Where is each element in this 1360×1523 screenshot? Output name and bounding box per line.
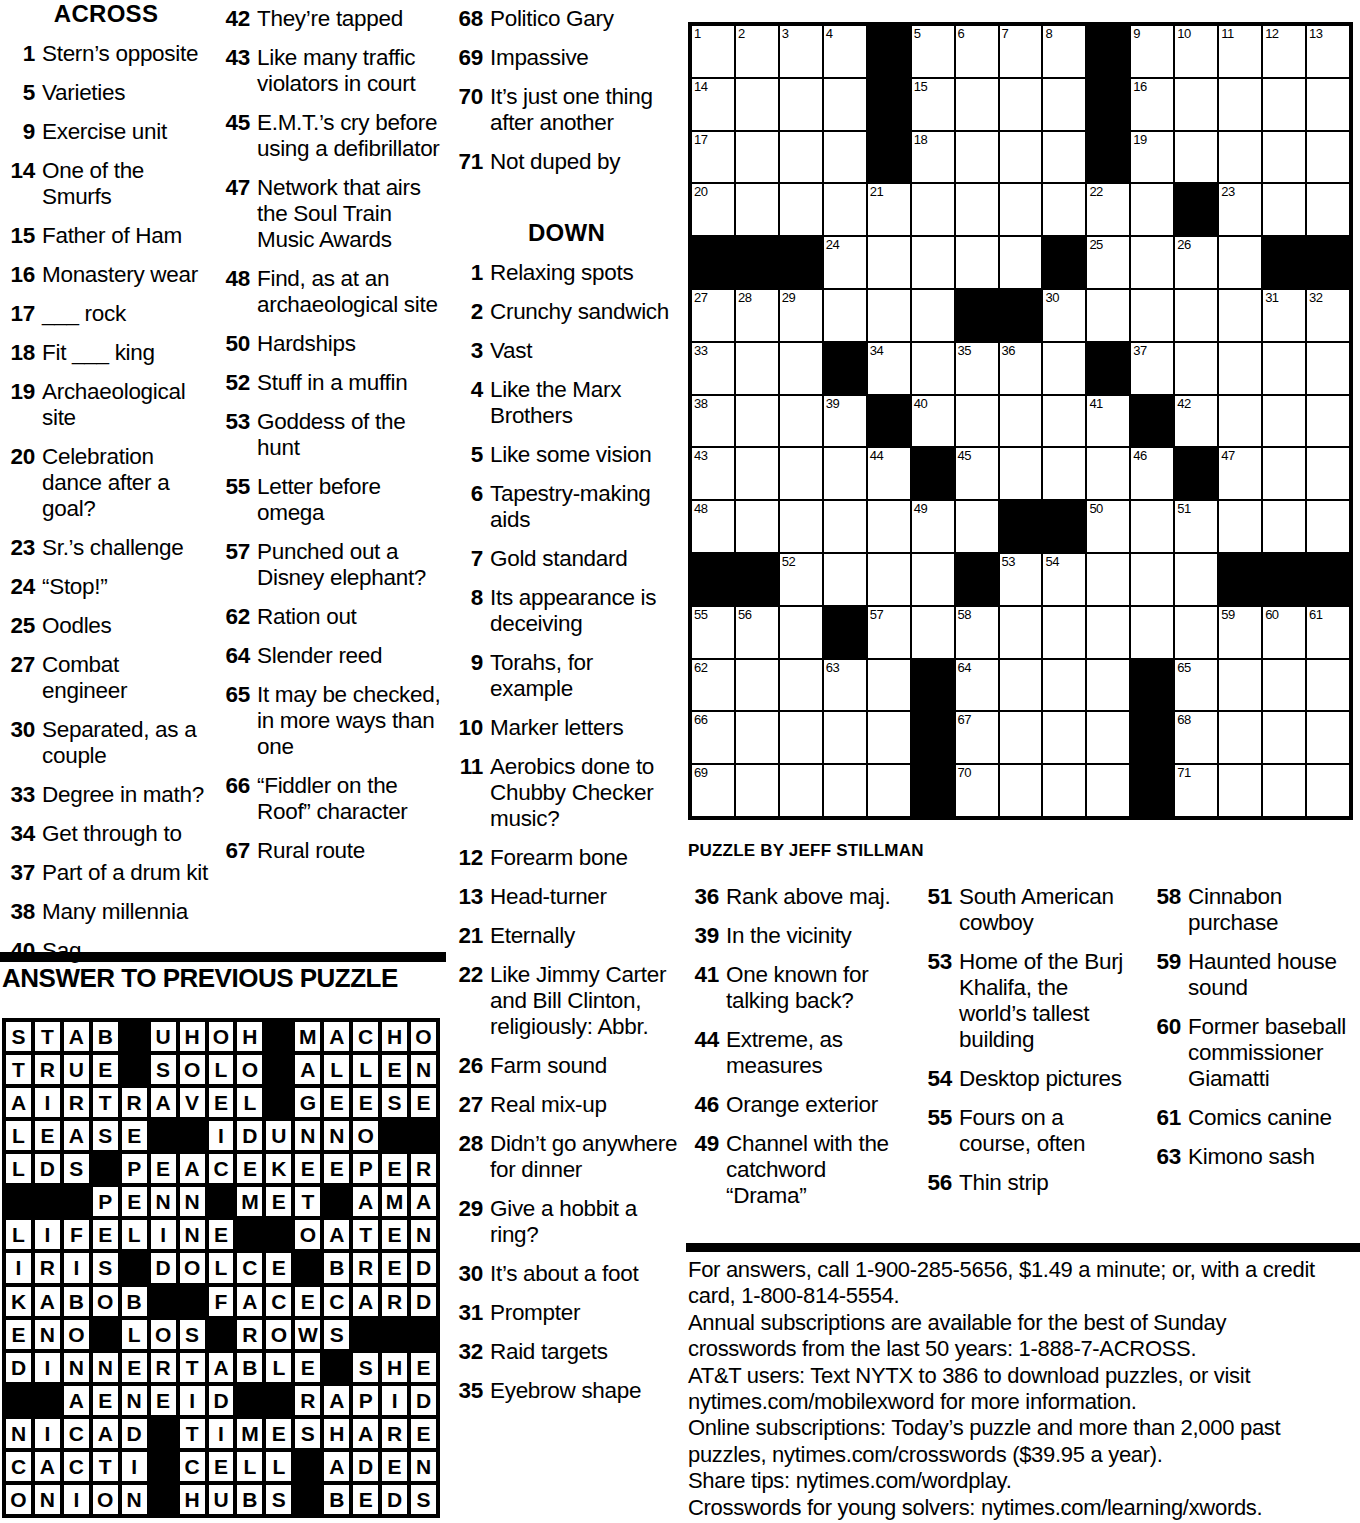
grid-cell-r7c7[interactable]: 35: [955, 342, 999, 395]
grid-cell-r1c2[interactable]: 2: [735, 25, 779, 78]
answer-cell-r1c1: S: [4, 1020, 33, 1053]
grid-cell-r6c11[interactable]: [1130, 289, 1174, 342]
grid-cell-r15c7[interactable]: 70: [955, 764, 999, 817]
grid-cell-r6c9[interactable]: 30: [1042, 289, 1086, 342]
grid-cell-r10c5[interactable]: [867, 500, 911, 553]
grid-cell-r9c5[interactable]: 44: [867, 447, 911, 500]
clue-number: 42: [1177, 396, 1190, 411]
answer-cell-r4c3: A: [62, 1119, 91, 1152]
clue-text: E.M.T.’s cry before using a defibrillato…: [257, 110, 445, 162]
grid-cell-r1c11[interactable]: 9: [1130, 25, 1174, 78]
grid-cell-r3c1[interactable]: 17: [691, 131, 735, 184]
grid-cell-r8c15[interactable]: [1306, 395, 1350, 448]
clue-across-48: 48Find, as at an archaeological site: [219, 266, 445, 318]
grid-cell-r5c8[interactable]: [999, 236, 1043, 289]
grid-cell-r10c13[interactable]: [1218, 500, 1262, 553]
grid-cell-r2c15[interactable]: [1306, 78, 1350, 131]
grid-cell-r8c6[interactable]: 40: [911, 395, 955, 448]
grid-cell-r9c4[interactable]: [823, 447, 867, 500]
grid-cell-r1c9[interactable]: 8: [1042, 25, 1086, 78]
grid-cell-r14c10[interactable]: [1086, 711, 1130, 764]
grid-cell-r14c3[interactable]: [779, 711, 823, 764]
grid-cell-r11c3[interactable]: 52: [779, 553, 823, 606]
grid-cell-r3c11[interactable]: 19: [1130, 131, 1174, 184]
clue-down-55: 55Fours on a course, often: [921, 1105, 1140, 1157]
grid-cell-r1c4[interactable]: 4: [823, 25, 867, 78]
black-square: [91, 1152, 120, 1185]
clue-down-31: 31Prompter: [452, 1300, 681, 1326]
grid-cell-r3c2[interactable]: [735, 131, 779, 184]
answer-section-heading: ANSWER TO PREVIOUS PUZZLE: [2, 964, 398, 992]
clue-down-63: 63Kimono sash: [1150, 1144, 1360, 1170]
grid-cell-r13c4[interactable]: 63: [823, 659, 867, 712]
grid-cell-r5c6[interactable]: [911, 236, 955, 289]
grid-cell-r13c9[interactable]: [1042, 659, 1086, 712]
grid-cell-r15c4[interactable]: [823, 764, 867, 817]
answer-cell-r10c1: E: [4, 1318, 33, 1351]
grid-cell-r10c11[interactable]: [1130, 500, 1174, 553]
across-down-clues-column-3: 68Politico Gary69Impassive70It’s just on…: [452, 6, 681, 1417]
answer-cell-r2c8: L: [207, 1053, 236, 1086]
clue-text: Raid targets: [490, 1339, 681, 1365]
grid-cell-r15c9[interactable]: [1042, 764, 1086, 817]
grid-cell-r12c5[interactable]: 57: [867, 606, 911, 659]
clue-number: 10: [1177, 26, 1190, 41]
grid-cell-r12c12[interactable]: [1174, 606, 1218, 659]
answer-cell-r5c11: E: [293, 1152, 322, 1185]
grid-cell-r10c10[interactable]: 50: [1086, 500, 1130, 553]
grid-cell-r3c3[interactable]: [779, 131, 823, 184]
answer-cell-r15c9: B: [235, 1483, 264, 1516]
answer-cell-r15c1: O: [4, 1483, 33, 1516]
grid-cell-r2c2[interactable]: [735, 78, 779, 131]
answer-cell-r6c11: T: [293, 1185, 322, 1218]
answer-cell-r14c15: N: [409, 1450, 438, 1483]
grid-cell-r10c6[interactable]: 49: [911, 500, 955, 553]
grid-cell-r14c5[interactable]: [867, 711, 911, 764]
grid-cell-r13c7[interactable]: 64: [955, 659, 999, 712]
clue-text: “Stop!”: [42, 574, 208, 600]
clue-number: 7: [1002, 26, 1009, 41]
clue-num-label: 44: [688, 1027, 726, 1079]
grid-cell-r3c15[interactable]: [1306, 131, 1350, 184]
clue-text: Haunted house sound: [1188, 949, 1360, 1001]
answer-cell-r10c2: N: [33, 1318, 62, 1351]
grid-cell-r3c13[interactable]: [1218, 131, 1262, 184]
grid-cell-r14c9[interactable]: [1042, 711, 1086, 764]
answer-cell-r12c6: E: [149, 1384, 178, 1417]
grid-cell-r12c9[interactable]: [1042, 606, 1086, 659]
grid-cell-r6c1[interactable]: 27: [691, 289, 735, 342]
clue-down-29: 29Give a hobbit a ring?: [452, 1196, 681, 1248]
clue-down-1: 1Relaxing spots: [452, 260, 681, 286]
grid-cell-r13c2[interactable]: [735, 659, 779, 712]
clue-number: 67: [958, 712, 971, 727]
grid-cell-r5c7[interactable]: [955, 236, 999, 289]
grid-cell-r14c1[interactable]: 66: [691, 711, 735, 764]
black-square: [120, 1053, 149, 1086]
grid-cell-r8c13[interactable]: [1218, 395, 1262, 448]
clue-num-label: 22: [452, 962, 490, 1040]
grid-cell-r7c5[interactable]: 34: [867, 342, 911, 395]
clue-across-65: 65It may be checked, in more ways than o…: [219, 682, 445, 760]
clue-num-label: 55: [219, 474, 257, 526]
answer-cell-r2c13: L: [351, 1053, 380, 1086]
answer-cell-r5c15: R: [409, 1152, 438, 1185]
grid-cell-r7c13[interactable]: [1218, 342, 1262, 395]
clue-number: 6: [958, 26, 965, 41]
grid-cell-r11c4[interactable]: [823, 553, 867, 606]
grid-cell-r6c13[interactable]: [1218, 289, 1262, 342]
clue-down-10: 10Marker letters: [452, 715, 681, 741]
clue-down-13: 13Head-turner: [452, 884, 681, 910]
grid-cell-r13c10[interactable]: [1086, 659, 1130, 712]
grid-cell-r1c14[interactable]: 12: [1262, 25, 1306, 78]
grid-cell-r10c4[interactable]: [823, 500, 867, 553]
clue-number: 30: [1045, 290, 1058, 305]
grid-cell-r15c15[interactable]: [1306, 764, 1350, 817]
grid-cell-r6c12[interactable]: [1174, 289, 1218, 342]
grid-cell-r8c4[interactable]: 39: [823, 395, 867, 448]
grid-cell-r13c14[interactable]: [1262, 659, 1306, 712]
grid-cell-r3c4[interactable]: [823, 131, 867, 184]
grid-cell-r7c1[interactable]: 33: [691, 342, 735, 395]
clue-down-5: 5Like some vision: [452, 442, 681, 468]
grid-cell-r12c7[interactable]: 58: [955, 606, 999, 659]
grid-cell-r8c8[interactable]: [999, 395, 1043, 448]
black-square: [293, 1483, 322, 1516]
grid-cell-r14c2[interactable]: [735, 711, 779, 764]
answer-cell-r10c12: S: [322, 1318, 351, 1351]
answer-cell-r3c6: A: [149, 1086, 178, 1119]
grid-cell-r1c13[interactable]: 11: [1218, 25, 1262, 78]
grid-cell-r1c7[interactable]: 6: [955, 25, 999, 78]
clue-across-20: 20Celebration dance after a goal?: [4, 444, 208, 522]
grid-cell-r3c9[interactable]: [1042, 131, 1086, 184]
grid-cell-r12c13[interactable]: 59: [1218, 606, 1262, 659]
grid-cell-r6c6[interactable]: [911, 289, 955, 342]
clue-num-label: 27: [452, 1092, 490, 1118]
grid-cell-r6c2[interactable]: 28: [735, 289, 779, 342]
clue-number: 52: [782, 554, 795, 569]
clue-num-label: 57: [219, 539, 257, 591]
clue-number: 65: [1177, 660, 1190, 675]
grid-cell-r4c15[interactable]: [1306, 183, 1350, 236]
grid-cell-r6c15[interactable]: 32: [1306, 289, 1350, 342]
black-square: [235, 1218, 264, 1251]
answer-cell-r11c11: E: [293, 1351, 322, 1384]
grid-cell-r2c6[interactable]: 15: [911, 78, 955, 131]
clue-num-label: 7: [452, 546, 490, 572]
grid-cell-r14c15[interactable]: [1306, 711, 1350, 764]
grid-cell-r10c3[interactable]: [779, 500, 823, 553]
answer-cell-r6c6: N: [149, 1185, 178, 1218]
clue-number: 21: [870, 184, 883, 199]
grid-cell-r13c5[interactable]: [867, 659, 911, 712]
grid-cell-r11c8[interactable]: 53: [999, 553, 1043, 606]
grid-cell-r4c6[interactable]: [911, 183, 955, 236]
grid-cell-r8c12[interactable]: 42: [1174, 395, 1218, 448]
clue-number: 45: [958, 448, 971, 463]
answer-cell-r8c1: I: [4, 1251, 33, 1284]
grid-cell-r12c6[interactable]: [911, 606, 955, 659]
clue-number: 28: [738, 290, 751, 305]
grid-cell-r4c13[interactable]: 23: [1218, 183, 1262, 236]
clue-number: 31: [1265, 290, 1278, 305]
grid-cell-r2c13[interactable]: [1218, 78, 1262, 131]
grid-cell-r8c7[interactable]: [955, 395, 999, 448]
grid-cell-r4c7[interactable]: [955, 183, 999, 236]
grid-cell-r12c1[interactable]: 55: [691, 606, 735, 659]
grid-cell-r1c12[interactable]: 10: [1174, 25, 1218, 78]
grid-cell-r7c9[interactable]: [1042, 342, 1086, 395]
grid-cell-r9c10[interactable]: [1086, 447, 1130, 500]
grid-cell-r12c11[interactable]: [1130, 606, 1174, 659]
clue-text: Degree in math?: [42, 782, 208, 808]
clue-text: Thin strip: [959, 1170, 1140, 1196]
clue-num-label: 11: [452, 754, 490, 832]
answer-cell-r7c5: L: [120, 1218, 149, 1251]
grid-cell-r14c12[interactable]: 68: [1174, 711, 1218, 764]
answer-cell-r11c1: D: [4, 1351, 33, 1384]
grid-cell-r10c12[interactable]: 51: [1174, 500, 1218, 553]
answer-cell-r11c3: N: [62, 1351, 91, 1384]
grid-cell-r4c1[interactable]: 20: [691, 183, 735, 236]
grid-cell-r15c2[interactable]: [735, 764, 779, 817]
grid-cell-r13c15[interactable]: [1306, 659, 1350, 712]
grid-cell-r3c8[interactable]: [999, 131, 1043, 184]
grid-cell-r1c1[interactable]: 1: [691, 25, 735, 78]
grid-cell-r13c3[interactable]: [779, 659, 823, 712]
grid-cell-r15c8[interactable]: [999, 764, 1043, 817]
clue-number: 49: [914, 501, 927, 516]
grid-cell-r3c12[interactable]: [1174, 131, 1218, 184]
clue-num-label: 33: [4, 782, 42, 808]
grid-cell-r1c15[interactable]: 13: [1306, 25, 1350, 78]
grid-cell-r9c14[interactable]: [1262, 447, 1306, 500]
clue-across-15: 15Father of Ham: [4, 223, 208, 249]
grid-cell-r6c3[interactable]: 29: [779, 289, 823, 342]
grid-cell-r9c11[interactable]: 46: [1130, 447, 1174, 500]
grid-cell-r11c12[interactable]: [1174, 553, 1218, 606]
clue-number: 23: [1221, 184, 1234, 199]
clue-num-label: 70: [452, 84, 490, 136]
footer-line: crosswords from the last 50 years: 1-888…: [688, 1336, 1360, 1362]
clue-text: Exercise unit: [42, 119, 208, 145]
grid-cell-r10c7[interactable]: [955, 500, 999, 553]
grid-cell-r3c14[interactable]: [1262, 131, 1306, 184]
across-heading: ACROSS: [4, 2, 208, 26]
grid-cell-r10c1[interactable]: 48: [691, 500, 735, 553]
grid-cell-r10c2[interactable]: [735, 500, 779, 553]
grid-cell-r6c10[interactable]: [1086, 289, 1130, 342]
grid-cell-r7c2[interactable]: [735, 342, 779, 395]
grid-cell-r6c5[interactable]: [867, 289, 911, 342]
grid-cell-r4c14[interactable]: [1262, 183, 1306, 236]
footer-line: card, 1-800-814-5554.: [688, 1283, 1360, 1309]
answer-cell-r9c9: A: [235, 1285, 264, 1318]
grid-cell-r14c7[interactable]: 67: [955, 711, 999, 764]
grid-cell-r7c12[interactable]: [1174, 342, 1218, 395]
grid-cell-r9c13[interactable]: 47: [1218, 447, 1262, 500]
clue-down-60: 60Former baseball commissioner Giamatti: [1150, 1014, 1360, 1092]
grid-cell-r11c11[interactable]: [1130, 553, 1174, 606]
clue-num-label: 23: [4, 535, 42, 561]
black-square: [322, 1185, 351, 1218]
grid-cell-r8c2[interactable]: [735, 395, 779, 448]
down-clues-column-4: 36Rank above maj.39In the vicinity41One …: [688, 884, 903, 1222]
grid-cell-r11c9[interactable]: 54: [1042, 553, 1086, 606]
grid-cell-r12c3[interactable]: [779, 606, 823, 659]
grid-cell-r11c6[interactable]: [911, 553, 955, 606]
grid-cell-r13c8[interactable]: [999, 659, 1043, 712]
grid-cell-r9c15[interactable]: [1306, 447, 1350, 500]
grid-cell-r8c1[interactable]: 38: [691, 395, 735, 448]
grid-cell-r4c2[interactable]: [735, 183, 779, 236]
grid-cell-r5c5[interactable]: [867, 236, 911, 289]
grid-cell-r9c2[interactable]: [735, 447, 779, 500]
grid-cell-r15c13[interactable]: [1218, 764, 1262, 817]
grid-cell-r12c8[interactable]: [999, 606, 1043, 659]
grid-cell-r14c14[interactable]: [1262, 711, 1306, 764]
grid-cell-r11c5[interactable]: [867, 553, 911, 606]
grid-cell-r9c8[interactable]: [999, 447, 1043, 500]
grid-cell-r14c4[interactable]: [823, 711, 867, 764]
grid-cell-r11c10[interactable]: [1086, 553, 1130, 606]
grid-cell-r1c8[interactable]: 7: [999, 25, 1043, 78]
answer-cell-r1c2: T: [33, 1020, 62, 1053]
grid-cell-r12c14[interactable]: 60: [1262, 606, 1306, 659]
grid-cell-r3c6[interactable]: 18: [911, 131, 955, 184]
footer-line: puzzles, nytimes.com/crosswords ($39.95 …: [688, 1442, 1360, 1468]
answer-cell-r7c14: E: [380, 1218, 409, 1251]
grid-cell-r14c8[interactable]: [999, 711, 1043, 764]
grid-cell-r3c7[interactable]: [955, 131, 999, 184]
grid-cell-r2c12[interactable]: [1174, 78, 1218, 131]
grid-cell-r15c1[interactable]: 69: [691, 764, 735, 817]
grid-cell-r9c7[interactable]: 45: [955, 447, 999, 500]
grid-cell-r4c11[interactable]: [1130, 183, 1174, 236]
grid-cell-r4c10[interactable]: 22: [1086, 183, 1130, 236]
answer-cell-r1c4: B: [91, 1020, 120, 1053]
grid-cell-r2c11[interactable]: 16: [1130, 78, 1174, 131]
grid-cell-r4c4[interactable]: [823, 183, 867, 236]
grid-cell-r4c3[interactable]: [779, 183, 823, 236]
grid-cell-r7c8[interactable]: 36: [999, 342, 1043, 395]
grid-cell-r5c11[interactable]: [1130, 236, 1174, 289]
grid-cell-r4c8[interactable]: [999, 183, 1043, 236]
grid-cell-r2c3[interactable]: [779, 78, 823, 131]
answer-cell-r1c9: H: [235, 1020, 264, 1053]
clue-num-label: 50: [219, 331, 257, 357]
answer-cell-r13c1: N: [4, 1417, 33, 1450]
grid-cell-r13c12[interactable]: 65: [1174, 659, 1218, 712]
grid-cell-r2c14[interactable]: [1262, 78, 1306, 131]
clue-num-label: 14: [4, 158, 42, 210]
grid-cell-r8c9[interactable]: [1042, 395, 1086, 448]
grid-cell-r4c9[interactable]: [1042, 183, 1086, 236]
answer-cell-r2c6: S: [149, 1053, 178, 1086]
black-square: [409, 1318, 438, 1351]
grid-cell-r7c15[interactable]: [1306, 342, 1350, 395]
black-square: [1086, 78, 1130, 131]
black-square: [207, 1318, 236, 1351]
grid-cell-r7c14[interactable]: [1262, 342, 1306, 395]
grid-cell-r5c13[interactable]: [1218, 236, 1262, 289]
answer-cell-r7c8: E: [207, 1218, 236, 1251]
grid-cell-r9c9[interactable]: [1042, 447, 1086, 500]
grid-cell-r5c4[interactable]: 24: [823, 236, 867, 289]
grid-cell-r13c1[interactable]: 62: [691, 659, 735, 712]
grid-cell-r10c15[interactable]: [1306, 500, 1350, 553]
answer-cell-r9c11: E: [293, 1285, 322, 1318]
grid-cell-r5c12[interactable]: 26: [1174, 236, 1218, 289]
grid-cell-r15c10[interactable]: [1086, 764, 1130, 817]
grid-cell-r6c14[interactable]: 31: [1262, 289, 1306, 342]
answer-cell-r11c15: E: [409, 1351, 438, 1384]
grid-cell-r2c9[interactable]: [1042, 78, 1086, 131]
clue-num-label: 41: [688, 962, 726, 1014]
answer-cell-r14c10: L: [264, 1450, 293, 1483]
grid-cell-r7c3[interactable]: [779, 342, 823, 395]
grid-cell-r2c7[interactable]: [955, 78, 999, 131]
clue-text: It’s about a foot: [490, 1261, 681, 1287]
clue-across-14: 14One of the Smurfs: [4, 158, 208, 210]
clue-down-4: 4Like the Marx Brothers: [452, 377, 681, 429]
grid-cell-r2c8[interactable]: [999, 78, 1043, 131]
grid-cell-r9c3[interactable]: [779, 447, 823, 500]
grid-cell-r9c1[interactable]: 43: [691, 447, 735, 500]
answer-cell-r8c2: R: [33, 1251, 62, 1284]
grid-cell-r1c6[interactable]: 5: [911, 25, 955, 78]
grid-cell-r12c15[interactable]: 61: [1306, 606, 1350, 659]
grid-cell-r7c11[interactable]: 37: [1130, 342, 1174, 395]
grid-cell-r8c3[interactable]: [779, 395, 823, 448]
answer-cell-r8c14: E: [380, 1251, 409, 1284]
clue-across-52: 52Stuff in a muffin: [219, 370, 445, 396]
grid-cell-r15c3[interactable]: [779, 764, 823, 817]
grid-cell-r2c1[interactable]: 14: [691, 78, 735, 131]
grid-cell-r4c5[interactable]: 21: [867, 183, 911, 236]
grid-cell-r12c2[interactable]: 56: [735, 606, 779, 659]
grid-cell-r8c10[interactable]: 41: [1086, 395, 1130, 448]
grid-cell-r2c4[interactable]: [823, 78, 867, 131]
grid-cell-r5c10[interactable]: 25: [1086, 236, 1130, 289]
clue-number: 50: [1089, 501, 1102, 516]
answer-cell-r2c15: N: [409, 1053, 438, 1086]
answer-cell-r15c12: B: [322, 1483, 351, 1516]
grid-cell-r1c3[interactable]: 3: [779, 25, 823, 78]
clue-across-64: 64Slender reed: [219, 643, 445, 669]
grid-cell-r10c14[interactable]: [1262, 500, 1306, 553]
grid-cell-r8c14[interactable]: [1262, 395, 1306, 448]
clue-down-9: 9Torahs, for example: [452, 650, 681, 702]
clue-down-3: 3Vast: [452, 338, 681, 364]
grid-cell-r15c12[interactable]: 71: [1174, 764, 1218, 817]
clue-down-46: 46Orange exterior: [688, 1092, 903, 1118]
clue-num-label: 61: [1150, 1105, 1188, 1131]
grid-cell-r12c10[interactable]: [1086, 606, 1130, 659]
grid-cell-r7c6[interactable]: [911, 342, 955, 395]
grid-cell-r15c5[interactable]: [867, 764, 911, 817]
grid-cell-r15c14[interactable]: [1262, 764, 1306, 817]
answer-cell-r12c7: I: [178, 1384, 207, 1417]
grid-cell-r13c13[interactable]: [1218, 659, 1262, 712]
grid-cell-r14c13[interactable]: [1218, 711, 1262, 764]
answer-cell-r3c14: S: [380, 1086, 409, 1119]
grid-cell-r6c4[interactable]: [823, 289, 867, 342]
black-square: [4, 1384, 33, 1417]
